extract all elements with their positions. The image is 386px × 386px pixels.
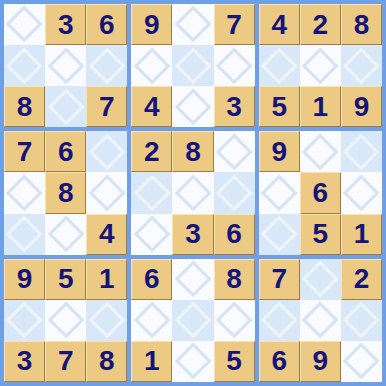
cell-r9c7: 6: [259, 341, 300, 382]
cell-r6c7[interactable]: [259, 214, 300, 255]
diamond-icon: [6, 216, 43, 253]
cell-r7c4: 6: [131, 259, 172, 300]
cell-r4c5: 8: [172, 131, 213, 172]
box-5: 2836: [131, 131, 254, 254]
cell-r9c1: 3: [4, 341, 45, 382]
cell-r5c4[interactable]: [131, 172, 172, 213]
diamond-icon: [88, 133, 125, 170]
cell-r5c5[interactable]: [172, 172, 213, 213]
cell-r1c5[interactable]: [172, 4, 213, 45]
cell-r3c3: 7: [86, 86, 127, 127]
cell-r8c5[interactable]: [172, 300, 213, 341]
cell-r1c9: 8: [341, 4, 382, 45]
box-7: 951378: [4, 259, 127, 382]
diamond-icon: [261, 302, 298, 339]
cell-r2c2[interactable]: [45, 45, 86, 86]
cell-r6c5: 3: [172, 214, 213, 255]
cell-r3c5[interactable]: [172, 86, 213, 127]
diamond-icon: [88, 174, 125, 211]
cell-r9c4: 1: [131, 341, 172, 382]
cell-r5c2: 8: [45, 172, 86, 213]
cell-r8c9[interactable]: [341, 300, 382, 341]
cell-r4c6[interactable]: [214, 131, 255, 172]
diamond-icon: [216, 133, 253, 170]
cell-r4c4: 2: [131, 131, 172, 172]
diamond-icon: [47, 216, 84, 253]
cell-r4c3[interactable]: [86, 131, 127, 172]
cell-r3c9: 9: [341, 86, 382, 127]
cell-r1c6: 7: [214, 4, 255, 45]
diamond-icon: [302, 133, 339, 170]
cell-r8c8[interactable]: [300, 300, 341, 341]
box-8: 6815: [131, 259, 254, 382]
cell-r1c8: 2: [300, 4, 341, 45]
diamond-icon: [343, 47, 380, 84]
cell-r7c6: 8: [214, 259, 255, 300]
cell-r6c1[interactable]: [4, 214, 45, 255]
box-6: 9651: [259, 131, 382, 254]
cell-r2c7[interactable]: [259, 45, 300, 86]
cell-r3c2[interactable]: [45, 86, 86, 127]
diamond-icon: [133, 302, 170, 339]
cell-r4c9[interactable]: [341, 131, 382, 172]
diamond-icon: [174, 174, 211, 211]
cell-r3c8: 1: [300, 86, 341, 127]
cell-r9c8: 9: [300, 341, 341, 382]
diamond-icon: [216, 302, 253, 339]
cell-r9c9[interactable]: [341, 341, 382, 382]
cell-r4c7: 9: [259, 131, 300, 172]
diamond-icon: [133, 47, 170, 84]
cell-r3c4: 4: [131, 86, 172, 127]
cell-r5c7[interactable]: [259, 172, 300, 213]
cell-r2c3[interactable]: [86, 45, 127, 86]
diamond-icon: [6, 6, 43, 43]
cell-r7c9: 2: [341, 259, 382, 300]
box-9: 7269: [259, 259, 382, 382]
cell-r8c1[interactable]: [4, 300, 45, 341]
cell-r2c4[interactable]: [131, 45, 172, 86]
diamond-icon: [133, 174, 170, 211]
diamond-icon: [261, 47, 298, 84]
cell-r7c2: 5: [45, 259, 86, 300]
cell-r4c2: 6: [45, 131, 86, 172]
diamond-icon: [133, 216, 170, 253]
cell-r4c8[interactable]: [300, 131, 341, 172]
cell-r8c2[interactable]: [45, 300, 86, 341]
cell-r3c1: 8: [4, 86, 45, 127]
cell-r7c8[interactable]: [300, 259, 341, 300]
cell-r6c9: 1: [341, 214, 382, 255]
cell-r6c8: 5: [300, 214, 341, 255]
diamond-icon: [343, 133, 380, 170]
diamond-icon: [47, 88, 84, 125]
cell-r3c6: 3: [214, 86, 255, 127]
box-3: 428519: [259, 4, 382, 127]
diamond-icon: [88, 47, 125, 84]
cell-r1c1[interactable]: [4, 4, 45, 45]
cell-r7c1: 9: [4, 259, 45, 300]
diamond-icon: [88, 302, 125, 339]
diamond-icon: [302, 302, 339, 339]
box-4: 7684: [4, 131, 127, 254]
diamond-icon: [6, 302, 43, 339]
cell-r5c3[interactable]: [86, 172, 127, 213]
cell-r9c5[interactable]: [172, 341, 213, 382]
diamond-icon: [174, 47, 211, 84]
sudoku-board: 3687974342851976842836965195137868157269: [0, 0, 386, 386]
cell-r1c7: 4: [259, 4, 300, 45]
cell-r1c2: 3: [45, 4, 86, 45]
diamond-icon: [302, 261, 339, 298]
diamond-icon: [174, 6, 211, 43]
cell-r5c9[interactable]: [341, 172, 382, 213]
cell-r5c8: 6: [300, 172, 341, 213]
cell-r6c4[interactable]: [131, 214, 172, 255]
cell-r2c9[interactable]: [341, 45, 382, 86]
cell-r7c7: 7: [259, 259, 300, 300]
diamond-icon: [216, 47, 253, 84]
cell-r2c8[interactable]: [300, 45, 341, 86]
diamond-icon: [174, 261, 211, 298]
diamond-icon: [174, 302, 211, 339]
cell-r8c6[interactable]: [214, 300, 255, 341]
diamond-icon: [343, 343, 380, 380]
cell-r5c1[interactable]: [4, 172, 45, 213]
box-1: 3687: [4, 4, 127, 127]
cell-r9c6: 5: [214, 341, 255, 382]
diamond-icon: [216, 174, 253, 211]
diamond-icon: [343, 174, 380, 211]
cell-r5c6[interactable]: [214, 172, 255, 213]
cell-r6c3: 4: [86, 214, 127, 255]
cell-r2c5[interactable]: [172, 45, 213, 86]
cell-r1c3: 6: [86, 4, 127, 45]
diamond-icon: [174, 88, 211, 125]
diamond-icon: [47, 302, 84, 339]
cell-r1c4: 9: [131, 4, 172, 45]
cell-r8c7[interactable]: [259, 300, 300, 341]
diamond-icon: [47, 47, 84, 84]
box-2: 9743: [131, 4, 254, 127]
cell-r4c1: 7: [4, 131, 45, 172]
cell-r7c3: 1: [86, 259, 127, 300]
diamond-icon: [174, 343, 211, 380]
diamond-icon: [6, 174, 43, 211]
cell-r2c6[interactable]: [214, 45, 255, 86]
cell-r2c1[interactable]: [4, 45, 45, 86]
cell-r8c3[interactable]: [86, 300, 127, 341]
cell-r3c7: 5: [259, 86, 300, 127]
cell-r9c3: 8: [86, 341, 127, 382]
cell-r6c6: 6: [214, 214, 255, 255]
diamond-icon: [261, 174, 298, 211]
cell-r6c2[interactable]: [45, 214, 86, 255]
diamond-icon: [6, 47, 43, 84]
cell-r7c5[interactable]: [172, 259, 213, 300]
diamond-icon: [261, 216, 298, 253]
cell-r8c4[interactable]: [131, 300, 172, 341]
cell-r9c2: 7: [45, 341, 86, 382]
diamond-icon: [343, 302, 380, 339]
diamond-icon: [302, 47, 339, 84]
